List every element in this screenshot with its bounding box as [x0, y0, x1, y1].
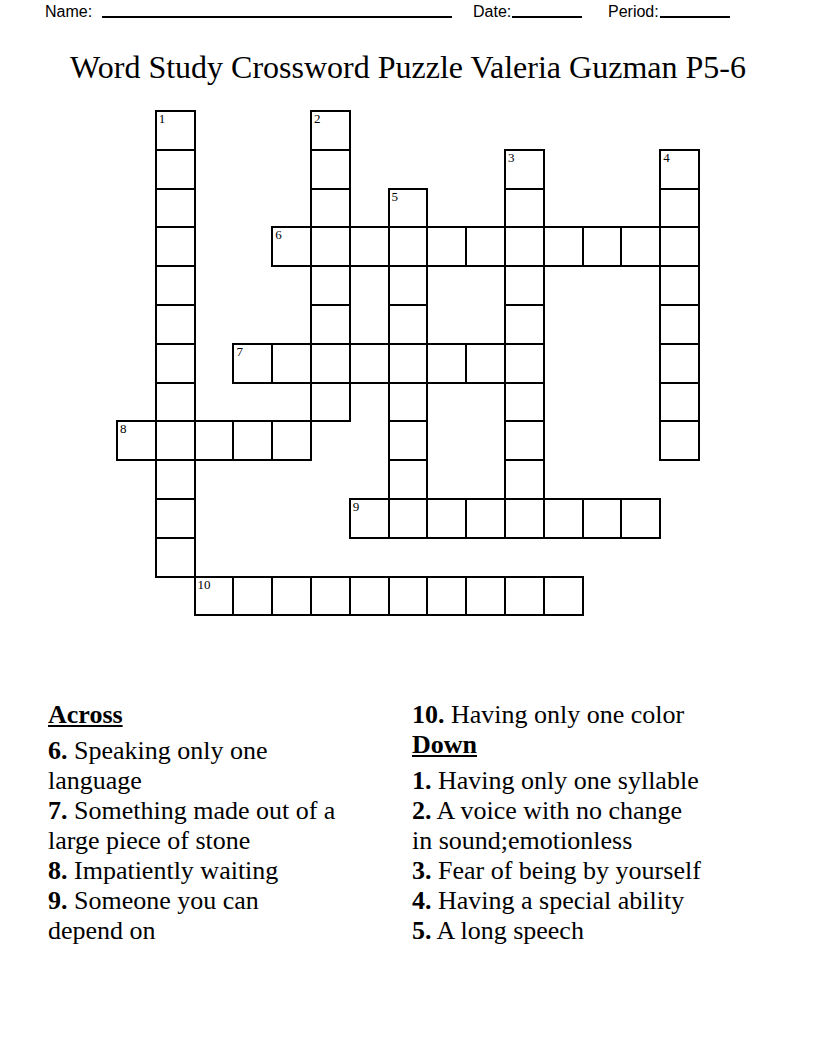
grid-cell-r7c5[interactable]	[310, 382, 351, 423]
grid-cell-r2c5[interactable]	[310, 188, 351, 229]
clue-down-3-number: 3.	[412, 856, 432, 885]
grid-cell-r0c1[interactable]: 1	[155, 110, 196, 151]
grid-cell-r6c10[interactable]	[504, 343, 545, 384]
worksheet-page: Name: Date: Period: Word Study Crossword…	[0, 0, 816, 1056]
grid-number-8: 8	[120, 421, 127, 436]
grid-cell-r8c0[interactable]: 8	[116, 420, 157, 461]
grid-cell-r7c7[interactable]	[388, 382, 429, 423]
grid-cell-r3c6[interactable]	[349, 226, 390, 267]
crossword-grid: 12345678910	[116, 110, 701, 617]
grid-cell-r3c8[interactable]	[426, 226, 467, 267]
grid-cell-r4c14[interactable]	[659, 265, 700, 306]
clue-across-10: 10. Having only one color	[412, 700, 816, 730]
clue-down-5-text: A long speech	[437, 916, 584, 945]
grid-cell-r0c5[interactable]: 2	[310, 110, 351, 151]
grid-cell-r6c8[interactable]	[426, 343, 467, 384]
grid-cell-r2c10[interactable]	[504, 188, 545, 229]
clue-across-6-number: 6.	[48, 736, 68, 765]
grid-cell-r10c10[interactable]	[504, 498, 545, 539]
grid-cell-r2c1[interactable]	[155, 188, 196, 229]
grid-cell-r3c5[interactable]	[310, 226, 351, 267]
grid-number-9: 9	[353, 499, 360, 514]
grid-cell-r12c9[interactable]	[465, 576, 506, 617]
grid-number-4: 4	[663, 150, 670, 165]
grid-cell-r8c3[interactable]	[232, 420, 273, 461]
grid-number-6: 6	[275, 227, 282, 242]
grid-cell-r1c14[interactable]: 4	[659, 149, 700, 190]
puzzle-title: Word Study Crossword Puzzle Valeria Guzm…	[0, 48, 816, 86]
grid-cell-r9c10[interactable]	[504, 459, 545, 500]
clue-down-1: 1. Having only one syllable	[412, 766, 816, 796]
grid-cell-r8c4[interactable]	[271, 420, 312, 461]
grid-cell-r3c11[interactable]	[543, 226, 584, 267]
grid-cell-r10c8[interactable]	[426, 498, 467, 539]
grid-cell-r10c11[interactable]	[543, 498, 584, 539]
grid-cell-r12c6[interactable]	[349, 576, 390, 617]
clue-across-8-text: Impatiently waiting	[74, 856, 278, 885]
grid-cell-r8c10[interactable]	[504, 420, 545, 461]
grid-cell-r4c7[interactable]	[388, 265, 429, 306]
clue-across-9-number: 9.	[48, 886, 68, 915]
date-blank-line[interactable]	[512, 16, 582, 18]
grid-cell-r7c1[interactable]	[155, 382, 196, 423]
grid-cell-r10c6[interactable]: 9	[349, 498, 390, 539]
clue-down-1-text: Having only one syllable	[438, 766, 699, 795]
grid-cell-r10c12[interactable]	[582, 498, 623, 539]
clue-across-6-text: Speaking only one language	[48, 736, 268, 795]
grid-cell-r5c10[interactable]	[504, 304, 545, 345]
clue-down-3: 3. Fear of being by yourself	[412, 856, 816, 886]
down-heading: Down	[412, 730, 816, 760]
grid-cell-r6c6[interactable]	[349, 343, 390, 384]
grid-cell-r6c3[interactable]: 7	[232, 343, 273, 384]
grid-cell-r3c7[interactable]	[388, 226, 429, 267]
grid-number-3: 3	[508, 150, 515, 165]
grid-cell-r4c10[interactable]	[504, 265, 545, 306]
clue-down-2-text: A voice with no change in sound;emotionl…	[412, 796, 682, 855]
clue-across-10-number: 10.	[412, 700, 445, 729]
grid-cell-r10c9[interactable]	[465, 498, 506, 539]
grid-cell-r3c9[interactable]	[465, 226, 506, 267]
grid-number-10: 10	[198, 577, 211, 592]
clue-across-7-text: Something made out of a large piece of s…	[48, 796, 335, 855]
clue-down-2: 2. A voice with no change in sound;emoti…	[412, 796, 816, 856]
grid-cell-r9c1[interactable]	[155, 459, 196, 500]
grid-cell-r7c10[interactable]	[504, 382, 545, 423]
grid-cell-r12c7[interactable]	[388, 576, 429, 617]
grid-cell-r5c14[interactable]	[659, 304, 700, 345]
grid-cell-r9c7[interactable]	[388, 459, 429, 500]
grid-cell-r12c10[interactable]	[504, 576, 545, 617]
clue-down-5-number: 5.	[412, 916, 432, 945]
grid-cell-r12c2[interactable]: 10	[194, 576, 235, 617]
grid-cell-r6c14[interactable]	[659, 343, 700, 384]
grid-cell-r8c2[interactable]	[194, 420, 235, 461]
clue-down-4-text: Having a special ability	[438, 886, 684, 915]
grid-cell-r7c14[interactable]	[659, 382, 700, 423]
grid-cell-r6c1[interactable]	[155, 343, 196, 384]
grid-cell-r5c5[interactable]	[310, 304, 351, 345]
grid-cell-r11c1[interactable]	[155, 537, 196, 578]
grid-cell-r6c7[interactable]	[388, 343, 429, 384]
grid-number-2: 2	[314, 111, 321, 126]
clue-across-8-number: 8.	[48, 856, 68, 885]
clue-down-1-number: 1.	[412, 766, 432, 795]
period-blank-line[interactable]	[660, 16, 730, 18]
clue-across-10-text: Having only one color	[451, 700, 684, 729]
clue-down-3-text: Fear of being by yourself	[438, 856, 701, 885]
grid-cell-r1c5[interactable]	[310, 149, 351, 190]
grid-cell-r6c5[interactable]	[310, 343, 351, 384]
clue-across-7-number: 7.	[48, 796, 68, 825]
clue-across-9-text: Someone you can depend on	[48, 886, 259, 945]
grid-cell-r3c12[interactable]	[582, 226, 623, 267]
grid-cell-r3c10[interactable]	[504, 226, 545, 267]
grid-cell-r10c7[interactable]	[388, 498, 429, 539]
grid-cell-r2c14[interactable]	[659, 188, 700, 229]
grid-cell-r10c1[interactable]	[155, 498, 196, 539]
grid-cell-r4c1[interactable]	[155, 265, 196, 306]
grid-cell-r3c1[interactable]	[155, 226, 196, 267]
grid-number-1: 1	[159, 111, 166, 126]
name-label: Name:	[45, 3, 92, 21]
grid-cell-r5c7[interactable]	[388, 304, 429, 345]
grid-number-5: 5	[392, 189, 399, 204]
period-label: Period:	[608, 3, 659, 21]
grid-cell-r12c11[interactable]	[543, 576, 584, 617]
grid-cell-r4c5[interactable]	[310, 265, 351, 306]
name-blank-line[interactable]	[102, 16, 452, 18]
grid-cell-r2c7[interactable]: 5	[388, 188, 429, 229]
grid-cell-r1c1[interactable]	[155, 149, 196, 190]
grid-cell-r1c10[interactable]: 3	[504, 149, 545, 190]
grid-cell-r12c4[interactable]	[271, 576, 312, 617]
grid-cell-r12c3[interactable]	[232, 576, 273, 617]
clue-down-4: 4. Having a special ability	[412, 886, 816, 916]
grid-cell-r12c8[interactable]	[426, 576, 467, 617]
grid-cell-r3c13[interactable]	[620, 226, 661, 267]
clue-down-5: 5. A long speech	[412, 916, 816, 946]
grid-cell-r3c14[interactable]	[659, 226, 700, 267]
clues-right-column: 10. Having only one color Down 1. Having…	[412, 700, 816, 946]
grid-cell-r3c4[interactable]: 6	[271, 226, 312, 267]
grid-cell-r8c14[interactable]	[659, 420, 700, 461]
grid-cell-r10c13[interactable]	[620, 498, 661, 539]
grid-cell-r6c9[interactable]	[465, 343, 506, 384]
grid-cell-r5c1[interactable]	[155, 304, 196, 345]
grid-number-7: 7	[236, 344, 243, 359]
clue-down-2-number: 2.	[412, 796, 432, 825]
grid-cell-r6c4[interactable]	[271, 343, 312, 384]
date-label: Date:	[473, 3, 511, 21]
grid-cell-r8c7[interactable]	[388, 420, 429, 461]
grid-cell-r8c1[interactable]	[155, 420, 196, 461]
clue-down-4-number: 4.	[412, 886, 432, 915]
grid-cell-r12c5[interactable]	[310, 576, 351, 617]
